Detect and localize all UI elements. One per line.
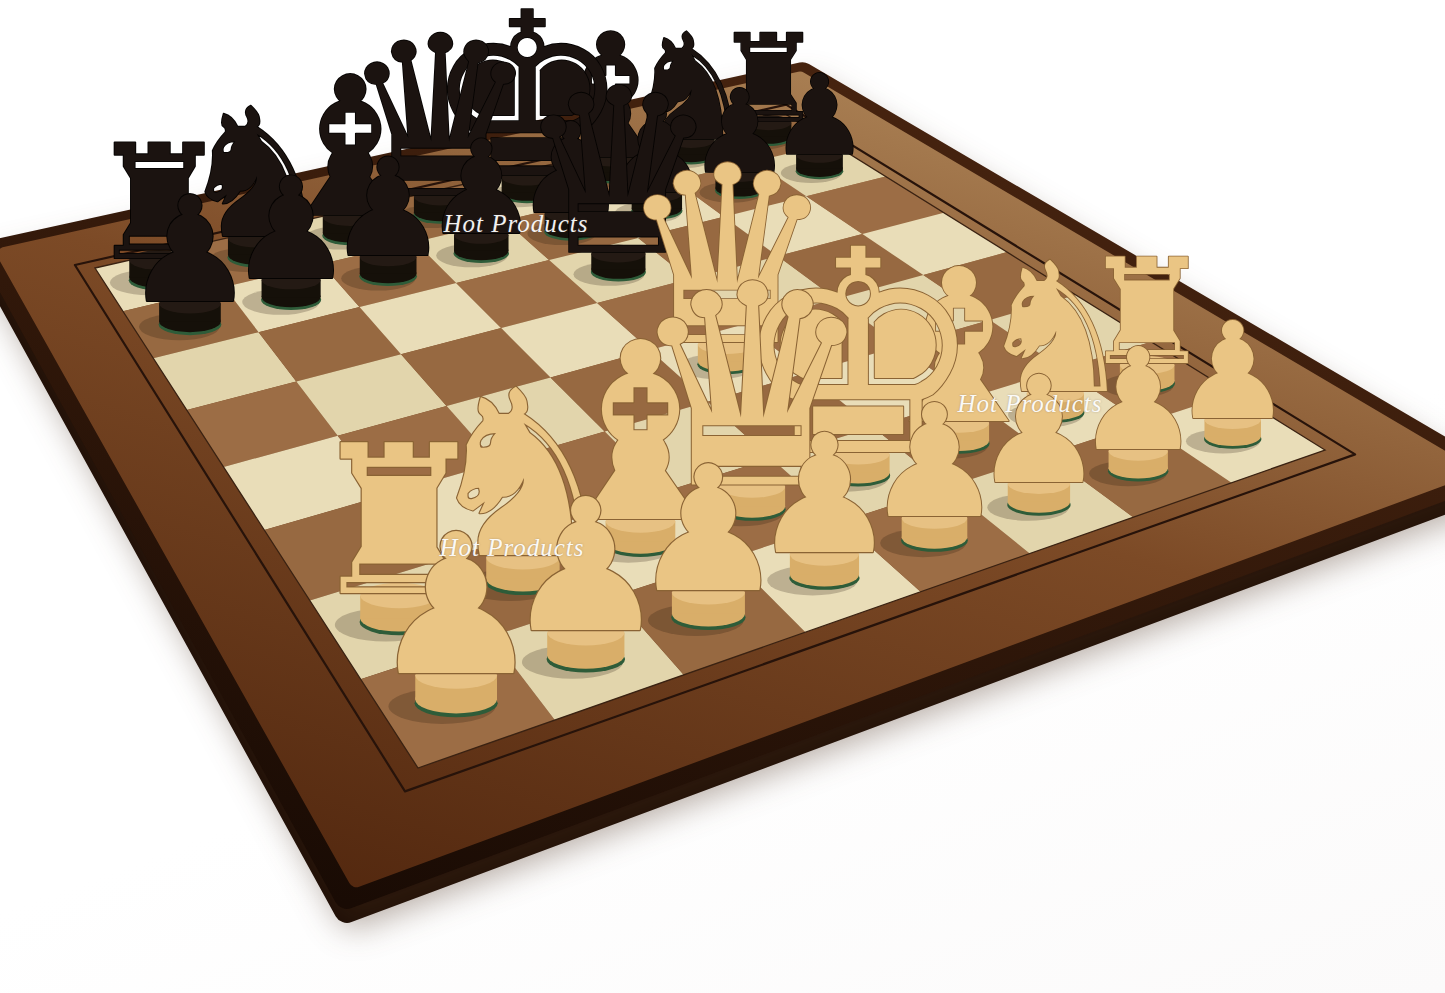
piece-black-pawn-a7: ♟ xyxy=(124,165,256,340)
piece-white-pawn-a1: ♟ xyxy=(369,492,543,724)
svg-text:♟: ♟ xyxy=(369,492,543,719)
chess-board-photo: ♜♞♟♝♟♚♟♛♟♝♟♞♛♟♜♟♟♛♜♞♟♝♟♚♟♛♟♝♟♞♟♜♟♟ xyxy=(0,0,1445,993)
product-photo: ♜♞♟♝♟♚♟♛♟♝♟♞♛♟♜♟♟♛♜♞♟♝♟♚♟♛♟♝♟♞♟♜♟♟ Hot P… xyxy=(0,0,1445,993)
svg-text:♟: ♟ xyxy=(124,165,256,336)
